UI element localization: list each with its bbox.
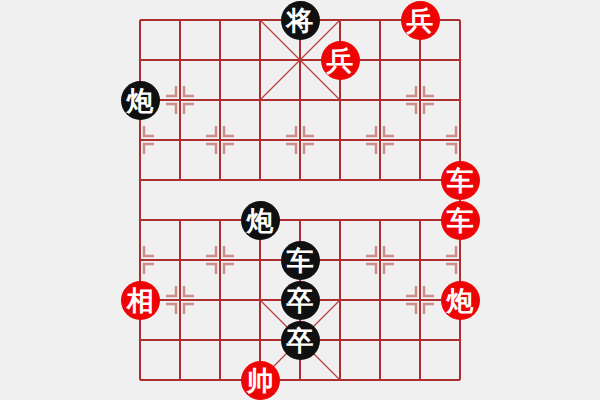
piece-black-cannon-a[interactable]: 炮 <box>121 81 160 120</box>
piece-red-chariot-b[interactable]: 车 <box>441 201 480 240</box>
piece-red-general[interactable]: 帅 <box>241 361 280 400</box>
piece-black-general[interactable]: 将 <box>281 1 320 40</box>
piece-red-elephant[interactable]: 相 <box>121 281 160 320</box>
xiangqi-screen: 将兵兵炮车炮车车相卒炮卒帅 <box>0 0 600 400</box>
piece-red-cannon[interactable]: 炮 <box>441 281 480 320</box>
piece-black-chariot[interactable]: 车 <box>281 241 320 280</box>
piece-red-chariot-a[interactable]: 车 <box>441 161 480 200</box>
piece-red-soldier-a[interactable]: 兵 <box>401 1 440 40</box>
xiangqi-board-grid[interactable]: 将兵兵炮车炮车车相卒炮卒帅 <box>120 0 480 400</box>
piece-red-soldier-b[interactable]: 兵 <box>321 41 360 80</box>
piece-black-cannon-b[interactable]: 炮 <box>241 201 280 240</box>
piece-black-soldier-a[interactable]: 卒 <box>281 281 320 320</box>
piece-black-soldier-b[interactable]: 卒 <box>281 321 320 360</box>
